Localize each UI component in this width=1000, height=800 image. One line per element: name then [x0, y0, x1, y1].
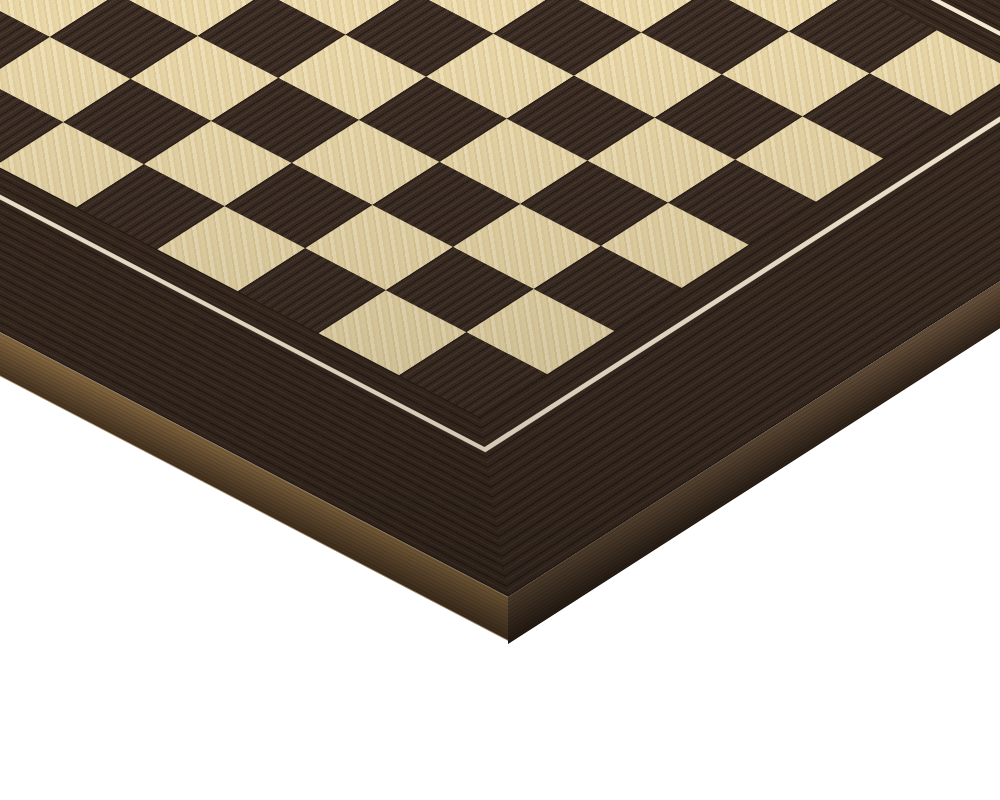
- chess-board: [0, 0, 1000, 597]
- photo-background: [0, 0, 1000, 800]
